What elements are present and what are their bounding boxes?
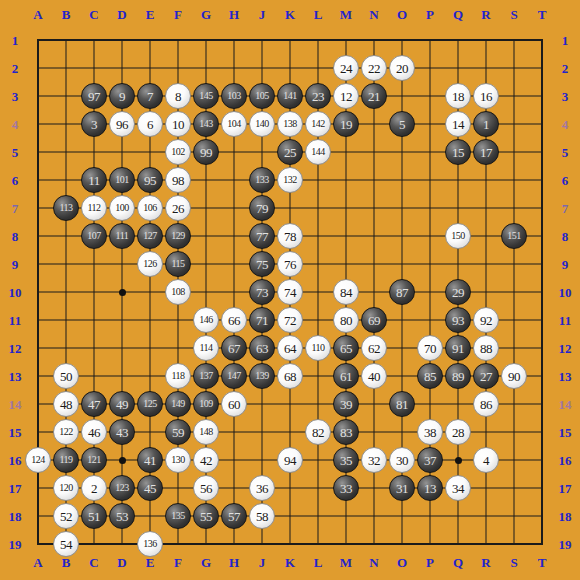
intersection-A12[interactable]	[24, 334, 52, 362]
intersection-H9[interactable]	[220, 250, 248, 278]
intersection-O9[interactable]	[388, 250, 416, 278]
intersection-H4[interactable]: 104	[220, 110, 248, 138]
stone-black-125-E14[interactable]: 125	[137, 391, 163, 417]
intersection-P14[interactable]	[416, 390, 444, 418]
intersection-H10[interactable]	[220, 278, 248, 306]
intersection-N9[interactable]	[360, 250, 388, 278]
stone-white-64-K12[interactable]: 64	[277, 335, 303, 361]
intersection-R13[interactable]: 27	[472, 362, 500, 390]
stone-white-72-K11[interactable]: 72	[277, 307, 303, 333]
intersection-H15[interactable]	[220, 418, 248, 446]
stone-black-73-J10[interactable]: 73	[249, 279, 275, 305]
intersection-L3[interactable]: 23	[304, 82, 332, 110]
intersection-C2[interactable]	[80, 54, 108, 82]
intersection-P12[interactable]: 70	[416, 334, 444, 362]
intersection-N18[interactable]	[360, 502, 388, 530]
stone-black-119-B16[interactable]: 119	[53, 447, 79, 473]
intersection-O4[interactable]: 5	[388, 110, 416, 138]
intersection-J17[interactable]: 36	[248, 474, 276, 502]
intersection-M8[interactable]	[332, 222, 360, 250]
stone-white-84-M10[interactable]: 84	[333, 279, 359, 305]
intersection-P5[interactable]	[416, 138, 444, 166]
intersection-B1[interactable]	[52, 26, 80, 54]
intersection-D7[interactable]: 100	[108, 194, 136, 222]
stone-black-31-O17[interactable]: 31	[389, 475, 415, 501]
intersection-F18[interactable]: 135	[164, 502, 192, 530]
stone-white-32-N16[interactable]: 32	[361, 447, 387, 473]
intersection-L13[interactable]	[304, 362, 332, 390]
intersection-T8[interactable]	[528, 222, 556, 250]
stone-white-108-F10[interactable]: 108	[165, 279, 191, 305]
intersection-N15[interactable]	[360, 418, 388, 446]
intersection-S6[interactable]	[500, 166, 528, 194]
intersection-O2[interactable]: 20	[388, 54, 416, 82]
intersection-E4[interactable]: 6	[136, 110, 164, 138]
stone-white-56-G17[interactable]: 56	[193, 475, 219, 501]
stone-white-88-R12[interactable]: 88	[473, 335, 499, 361]
intersection-J11[interactable]: 71	[248, 306, 276, 334]
intersection-F16[interactable]: 130	[164, 446, 192, 474]
stone-black-109-G14[interactable]: 109	[193, 391, 219, 417]
intersection-N1[interactable]	[360, 26, 388, 54]
intersection-N3[interactable]: 21	[360, 82, 388, 110]
stone-white-124-A16[interactable]: 124	[25, 447, 51, 473]
intersection-C19[interactable]	[80, 530, 108, 558]
intersection-G10[interactable]	[192, 278, 220, 306]
intersection-S18[interactable]	[500, 502, 528, 530]
intersection-D18[interactable]: 53	[108, 502, 136, 530]
intersection-F12[interactable]	[164, 334, 192, 362]
intersection-M13[interactable]: 61	[332, 362, 360, 390]
intersection-S11[interactable]	[500, 306, 528, 334]
intersection-G8[interactable]	[192, 222, 220, 250]
intersection-O5[interactable]	[388, 138, 416, 166]
intersection-F9[interactable]: 115	[164, 250, 192, 278]
intersection-M11[interactable]: 80	[332, 306, 360, 334]
intersection-Q13[interactable]: 89	[444, 362, 472, 390]
stone-white-10-F4[interactable]: 10	[165, 111, 191, 137]
intersection-E14[interactable]: 125	[136, 390, 164, 418]
intersection-E15[interactable]	[136, 418, 164, 446]
stone-white-48-B14[interactable]: 48	[53, 391, 79, 417]
intersection-H5[interactable]	[220, 138, 248, 166]
intersection-J15[interactable]	[248, 418, 276, 446]
intersection-K5[interactable]: 25	[276, 138, 304, 166]
stone-white-6-E4[interactable]: 6	[137, 111, 163, 137]
intersection-C10[interactable]	[80, 278, 108, 306]
stone-black-93-Q11[interactable]: 93	[445, 307, 471, 333]
intersection-F10[interactable]: 108	[164, 278, 192, 306]
intersection-O10[interactable]: 87	[388, 278, 416, 306]
stone-white-74-K10[interactable]: 74	[277, 279, 303, 305]
intersection-E3[interactable]: 7	[136, 82, 164, 110]
intersection-Q6[interactable]	[444, 166, 472, 194]
intersection-H14[interactable]: 60	[220, 390, 248, 418]
intersection-E1[interactable]	[136, 26, 164, 54]
intersection-O17[interactable]: 31	[388, 474, 416, 502]
stone-black-1-R4[interactable]: 1	[473, 111, 499, 137]
stone-black-149-F14[interactable]: 149	[165, 391, 191, 417]
intersection-B14[interactable]: 48	[52, 390, 80, 418]
stone-white-90-S13[interactable]: 90	[501, 363, 527, 389]
intersection-K1[interactable]	[276, 26, 304, 54]
stone-white-148-G15[interactable]: 148	[193, 419, 219, 445]
intersection-D6[interactable]: 101	[108, 166, 136, 194]
intersection-Q14[interactable]	[444, 390, 472, 418]
stone-black-91-Q12[interactable]: 91	[445, 335, 471, 361]
intersection-R14[interactable]: 86	[472, 390, 500, 418]
intersection-T18[interactable]	[528, 502, 556, 530]
intersection-N12[interactable]: 62	[360, 334, 388, 362]
intersection-C14[interactable]: 47	[80, 390, 108, 418]
intersection-A18[interactable]	[24, 502, 52, 530]
intersection-A11[interactable]	[24, 306, 52, 334]
intersection-B11[interactable]	[52, 306, 80, 334]
intersection-J6[interactable]: 133	[248, 166, 276, 194]
intersection-K13[interactable]: 68	[276, 362, 304, 390]
intersection-M19[interactable]	[332, 530, 360, 558]
intersection-N11[interactable]: 69	[360, 306, 388, 334]
intersection-E16[interactable]: 41	[136, 446, 164, 474]
intersection-R19[interactable]	[472, 530, 500, 558]
intersection-L10[interactable]	[304, 278, 332, 306]
intersection-M14[interactable]: 39	[332, 390, 360, 418]
intersection-Q7[interactable]	[444, 194, 472, 222]
stone-black-137-G13[interactable]: 137	[193, 363, 219, 389]
intersection-B10[interactable]	[52, 278, 80, 306]
intersection-L15[interactable]: 82	[304, 418, 332, 446]
stone-black-11-C6[interactable]: 11	[81, 167, 107, 193]
intersection-C7[interactable]: 112	[80, 194, 108, 222]
intersection-C5[interactable]	[80, 138, 108, 166]
intersection-L16[interactable]	[304, 446, 332, 474]
stone-white-36-J17[interactable]: 36	[249, 475, 275, 501]
intersection-J4[interactable]: 140	[248, 110, 276, 138]
intersection-F1[interactable]	[164, 26, 192, 54]
intersection-E17[interactable]: 45	[136, 474, 164, 502]
stone-black-111-D8[interactable]: 111	[109, 223, 135, 249]
intersection-F17[interactable]	[164, 474, 192, 502]
stone-white-82-L15[interactable]: 82	[305, 419, 331, 445]
intersection-A17[interactable]	[24, 474, 52, 502]
stone-black-143-G4[interactable]: 143	[193, 111, 219, 137]
stone-black-3-C4[interactable]: 3	[81, 111, 107, 137]
stone-white-46-C15[interactable]: 46	[81, 419, 107, 445]
intersection-G3[interactable]: 145	[192, 82, 220, 110]
intersection-D1[interactable]	[108, 26, 136, 54]
intersection-N16[interactable]: 32	[360, 446, 388, 474]
intersection-T19[interactable]	[528, 530, 556, 558]
stone-black-29-Q10[interactable]: 29	[445, 279, 471, 305]
intersection-J7[interactable]: 79	[248, 194, 276, 222]
intersection-Q12[interactable]: 91	[444, 334, 472, 362]
intersection-G19[interactable]	[192, 530, 220, 558]
intersection-M1[interactable]	[332, 26, 360, 54]
intersection-T6[interactable]	[528, 166, 556, 194]
intersection-J13[interactable]: 139	[248, 362, 276, 390]
intersection-C8[interactable]: 107	[80, 222, 108, 250]
intersection-N13[interactable]: 40	[360, 362, 388, 390]
intersection-R5[interactable]: 17	[472, 138, 500, 166]
intersection-K3[interactable]: 141	[276, 82, 304, 110]
intersection-F4[interactable]: 10	[164, 110, 192, 138]
intersection-L6[interactable]	[304, 166, 332, 194]
intersection-D19[interactable]	[108, 530, 136, 558]
intersection-A19[interactable]	[24, 530, 52, 558]
intersection-J18[interactable]: 58	[248, 502, 276, 530]
intersection-Q3[interactable]: 18	[444, 82, 472, 110]
intersection-P6[interactable]	[416, 166, 444, 194]
intersection-N4[interactable]	[360, 110, 388, 138]
intersection-F19[interactable]	[164, 530, 192, 558]
intersection-O19[interactable]	[388, 530, 416, 558]
stone-white-150-Q8[interactable]: 150	[445, 223, 471, 249]
intersection-P11[interactable]	[416, 306, 444, 334]
intersection-B8[interactable]	[52, 222, 80, 250]
intersection-C11[interactable]	[80, 306, 108, 334]
intersection-C1[interactable]	[80, 26, 108, 54]
intersection-D15[interactable]: 43	[108, 418, 136, 446]
intersection-R7[interactable]	[472, 194, 500, 222]
intersection-F2[interactable]	[164, 54, 192, 82]
stone-white-16-R3[interactable]: 16	[473, 83, 499, 109]
intersection-P18[interactable]	[416, 502, 444, 530]
intersection-R3[interactable]: 16	[472, 82, 500, 110]
stone-black-123-D17[interactable]: 123	[109, 475, 135, 501]
intersection-N2[interactable]: 22	[360, 54, 388, 82]
intersection-O6[interactable]	[388, 166, 416, 194]
intersection-Q15[interactable]: 28	[444, 418, 472, 446]
intersection-K8[interactable]: 78	[276, 222, 304, 250]
intersection-B6[interactable]	[52, 166, 80, 194]
intersection-B19[interactable]: 54	[52, 530, 80, 558]
intersection-O3[interactable]	[388, 82, 416, 110]
stone-white-40-N13[interactable]: 40	[361, 363, 387, 389]
intersection-Q19[interactable]	[444, 530, 472, 558]
intersection-M16[interactable]: 35	[332, 446, 360, 474]
stone-black-61-M13[interactable]: 61	[333, 363, 359, 389]
intersection-K16[interactable]: 94	[276, 446, 304, 474]
intersection-C13[interactable]	[80, 362, 108, 390]
intersection-G5[interactable]: 99	[192, 138, 220, 166]
intersection-A15[interactable]	[24, 418, 52, 446]
intersection-H3[interactable]: 103	[220, 82, 248, 110]
stone-black-17-R5[interactable]: 17	[473, 139, 499, 165]
intersection-K4[interactable]: 138	[276, 110, 304, 138]
stone-black-127-E8[interactable]: 127	[137, 223, 163, 249]
intersection-F14[interactable]: 149	[164, 390, 192, 418]
stone-white-76-K9[interactable]: 76	[277, 251, 303, 277]
stone-black-21-N3[interactable]: 21	[361, 83, 387, 109]
stone-black-115-F9[interactable]: 115	[165, 251, 191, 277]
intersection-H17[interactable]	[220, 474, 248, 502]
stone-black-135-F18[interactable]: 135	[165, 503, 191, 529]
intersection-A3[interactable]	[24, 82, 52, 110]
stone-white-142-L4[interactable]: 142	[305, 111, 331, 137]
intersection-O11[interactable]	[388, 306, 416, 334]
intersection-H7[interactable]	[220, 194, 248, 222]
intersection-D5[interactable]	[108, 138, 136, 166]
intersection-A9[interactable]	[24, 250, 52, 278]
intersection-E8[interactable]: 127	[136, 222, 164, 250]
intersection-C6[interactable]: 11	[80, 166, 108, 194]
intersection-L5[interactable]: 144	[304, 138, 332, 166]
stone-white-118-F13[interactable]: 118	[165, 363, 191, 389]
stone-black-83-M15[interactable]: 83	[333, 419, 359, 445]
intersection-E5[interactable]	[136, 138, 164, 166]
intersection-G9[interactable]	[192, 250, 220, 278]
intersection-G1[interactable]	[192, 26, 220, 54]
intersection-M15[interactable]: 83	[332, 418, 360, 446]
intersection-H2[interactable]	[220, 54, 248, 82]
intersection-M18[interactable]	[332, 502, 360, 530]
intersection-G14[interactable]: 109	[192, 390, 220, 418]
intersection-B9[interactable]	[52, 250, 80, 278]
intersection-M4[interactable]: 19	[332, 110, 360, 138]
stone-white-14-Q4[interactable]: 14	[445, 111, 471, 137]
intersection-E18[interactable]	[136, 502, 164, 530]
intersection-H6[interactable]	[220, 166, 248, 194]
intersection-H16[interactable]	[220, 446, 248, 474]
intersection-L18[interactable]	[304, 502, 332, 530]
intersection-E19[interactable]: 136	[136, 530, 164, 558]
intersection-J9[interactable]: 75	[248, 250, 276, 278]
stone-white-96-D4[interactable]: 96	[109, 111, 135, 137]
intersection-K17[interactable]	[276, 474, 304, 502]
intersection-H19[interactable]	[220, 530, 248, 558]
intersection-K2[interactable]	[276, 54, 304, 82]
intersection-P8[interactable]	[416, 222, 444, 250]
intersection-A16[interactable]: 124	[24, 446, 52, 474]
intersection-J16[interactable]	[248, 446, 276, 474]
stone-black-99-G5[interactable]: 99	[193, 139, 219, 165]
stone-white-146-G11[interactable]: 146	[193, 307, 219, 333]
intersection-A13[interactable]	[24, 362, 52, 390]
intersection-L12[interactable]: 110	[304, 334, 332, 362]
stone-black-5-O4[interactable]: 5	[389, 111, 415, 137]
intersection-M6[interactable]	[332, 166, 360, 194]
stone-white-122-B15[interactable]: 122	[53, 419, 79, 445]
intersection-D12[interactable]	[108, 334, 136, 362]
intersection-P19[interactable]	[416, 530, 444, 558]
intersection-B17[interactable]: 120	[52, 474, 80, 502]
intersection-F7[interactable]: 26	[164, 194, 192, 222]
intersection-T7[interactable]	[528, 194, 556, 222]
intersection-G11[interactable]: 146	[192, 306, 220, 334]
intersection-S1[interactable]	[500, 26, 528, 54]
intersection-B15[interactable]: 122	[52, 418, 80, 446]
intersection-S8[interactable]: 151	[500, 222, 528, 250]
intersection-A4[interactable]	[24, 110, 52, 138]
intersection-E2[interactable]	[136, 54, 164, 82]
intersection-T14[interactable]	[528, 390, 556, 418]
intersection-A6[interactable]	[24, 166, 52, 194]
intersection-O14[interactable]: 81	[388, 390, 416, 418]
intersection-R18[interactable]	[472, 502, 500, 530]
intersection-Q8[interactable]: 150	[444, 222, 472, 250]
intersection-S3[interactable]	[500, 82, 528, 110]
stone-white-94-K16[interactable]: 94	[277, 447, 303, 473]
stone-white-144-L5[interactable]: 144	[305, 139, 331, 165]
intersection-K7[interactable]	[276, 194, 304, 222]
intersection-D11[interactable]	[108, 306, 136, 334]
intersection-G7[interactable]	[192, 194, 220, 222]
intersection-Q11[interactable]: 93	[444, 306, 472, 334]
stone-white-80-M11[interactable]: 80	[333, 307, 359, 333]
intersection-B12[interactable]	[52, 334, 80, 362]
stone-white-138-K4[interactable]: 138	[277, 111, 303, 137]
intersection-M5[interactable]	[332, 138, 360, 166]
intersection-A1[interactable]	[24, 26, 52, 54]
intersection-N6[interactable]	[360, 166, 388, 194]
intersection-B16[interactable]: 119	[52, 446, 80, 474]
intersection-S10[interactable]	[500, 278, 528, 306]
stone-black-39-M14[interactable]: 39	[333, 391, 359, 417]
intersection-G17[interactable]: 56	[192, 474, 220, 502]
intersection-K9[interactable]: 76	[276, 250, 304, 278]
intersection-B3[interactable]	[52, 82, 80, 110]
intersection-T3[interactable]	[528, 82, 556, 110]
intersection-B5[interactable]	[52, 138, 80, 166]
stone-white-92-R11[interactable]: 92	[473, 307, 499, 333]
stone-white-114-G12[interactable]: 114	[193, 335, 219, 361]
stone-black-77-J8[interactable]: 77	[249, 223, 275, 249]
intersection-E11[interactable]	[136, 306, 164, 334]
intersection-D9[interactable]	[108, 250, 136, 278]
intersection-T16[interactable]	[528, 446, 556, 474]
intersection-T15[interactable]	[528, 418, 556, 446]
stone-black-51-C18[interactable]: 51	[81, 503, 107, 529]
intersection-J14[interactable]	[248, 390, 276, 418]
stone-black-57-H18[interactable]: 57	[221, 503, 247, 529]
intersection-N14[interactable]	[360, 390, 388, 418]
intersection-E10[interactable]	[136, 278, 164, 306]
stone-black-35-M16[interactable]: 35	[333, 447, 359, 473]
intersection-T4[interactable]	[528, 110, 556, 138]
stone-white-68-K13[interactable]: 68	[277, 363, 303, 389]
intersection-Q18[interactable]	[444, 502, 472, 530]
intersection-C4[interactable]: 3	[80, 110, 108, 138]
intersection-C16[interactable]: 121	[80, 446, 108, 474]
stone-white-22-N2[interactable]: 22	[361, 55, 387, 81]
stone-black-7-E3[interactable]: 7	[137, 83, 163, 109]
intersection-H8[interactable]	[220, 222, 248, 250]
intersection-Q10[interactable]: 29	[444, 278, 472, 306]
stone-black-85-P13[interactable]: 85	[417, 363, 443, 389]
intersection-G4[interactable]: 143	[192, 110, 220, 138]
stone-black-129-F8[interactable]: 129	[165, 223, 191, 249]
stone-white-126-E9[interactable]: 126	[137, 251, 163, 277]
intersection-G12[interactable]: 114	[192, 334, 220, 362]
intersection-D13[interactable]	[108, 362, 136, 390]
stone-white-50-B13[interactable]: 50	[53, 363, 79, 389]
intersection-F5[interactable]: 102	[164, 138, 192, 166]
intersection-T12[interactable]	[528, 334, 556, 362]
intersection-F15[interactable]: 59	[164, 418, 192, 446]
intersection-A7[interactable]	[24, 194, 52, 222]
intersection-B2[interactable]	[52, 54, 80, 82]
intersection-L19[interactable]	[304, 530, 332, 558]
intersection-T13[interactable]	[528, 362, 556, 390]
intersection-S13[interactable]: 90	[500, 362, 528, 390]
intersection-D4[interactable]: 96	[108, 110, 136, 138]
stone-white-104-H4[interactable]: 104	[221, 111, 247, 137]
intersection-B13[interactable]: 50	[52, 362, 80, 390]
intersection-B7[interactable]: 113	[52, 194, 80, 222]
intersection-P2[interactable]	[416, 54, 444, 82]
intersection-G13[interactable]: 137	[192, 362, 220, 390]
intersection-P3[interactable]	[416, 82, 444, 110]
